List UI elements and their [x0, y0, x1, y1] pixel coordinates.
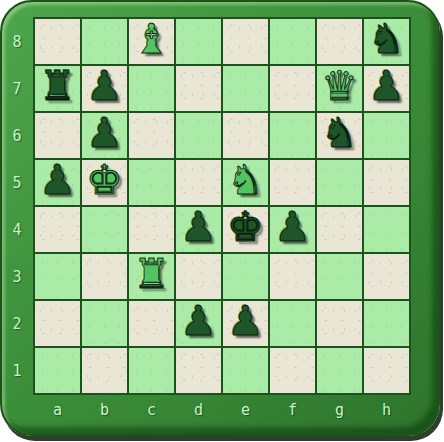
rank-label-1: 1 [4, 348, 30, 393]
black-pawn-piece[interactable]: ♟ [86, 66, 123, 107]
square-d6[interactable] [176, 113, 221, 158]
square-g3[interactable] [317, 254, 362, 299]
square-a8[interactable] [35, 19, 80, 64]
square-a3[interactable] [35, 254, 80, 299]
rank-labels: 87654321 [4, 19, 30, 393]
square-h7[interactable]: ♟ [364, 66, 409, 111]
file-label-h: h [364, 398, 409, 422]
black-pawn-piece[interactable]: ♟ [274, 207, 311, 248]
file-label-a: a [35, 398, 80, 422]
square-c4[interactable] [129, 207, 174, 252]
square-d4[interactable]: ♟ [176, 207, 221, 252]
square-f7[interactable] [270, 66, 315, 111]
white-knight-piece[interactable]: ♞ [227, 160, 264, 201]
square-b1[interactable] [82, 348, 127, 393]
chess-board: ♝♞♜♟♛♟♟♞♟♚♞♟♚♟♜♟♟ [33, 17, 411, 395]
square-f1[interactable] [270, 348, 315, 393]
square-c6[interactable] [129, 113, 174, 158]
square-b3[interactable] [82, 254, 127, 299]
square-e3[interactable] [223, 254, 268, 299]
square-c1[interactable] [129, 348, 174, 393]
square-g7[interactable]: ♛ [317, 66, 362, 111]
square-g8[interactable] [317, 19, 362, 64]
square-f2[interactable] [270, 301, 315, 346]
black-pawn-piece[interactable]: ♟ [86, 113, 123, 154]
square-h5[interactable] [364, 160, 409, 205]
square-f6[interactable] [270, 113, 315, 158]
square-f5[interactable] [270, 160, 315, 205]
square-c5[interactable] [129, 160, 174, 205]
square-h6[interactable] [364, 113, 409, 158]
square-e1[interactable] [223, 348, 268, 393]
black-pawn-piece[interactable]: ♟ [180, 301, 217, 342]
square-g4[interactable] [317, 207, 362, 252]
square-h8[interactable]: ♞ [364, 19, 409, 64]
white-king-piece[interactable]: ♚ [86, 160, 123, 201]
file-label-c: c [129, 398, 174, 422]
square-e8[interactable] [223, 19, 268, 64]
square-e2[interactable]: ♟ [223, 301, 268, 346]
square-c2[interactable] [129, 301, 174, 346]
square-e4[interactable]: ♚ [223, 207, 268, 252]
file-label-e: e [223, 398, 268, 422]
square-a1[interactable] [35, 348, 80, 393]
square-b7[interactable]: ♟ [82, 66, 127, 111]
black-pawn-piece[interactable]: ♟ [180, 207, 217, 248]
square-e6[interactable] [223, 113, 268, 158]
square-a2[interactable] [35, 301, 80, 346]
square-a7[interactable]: ♜ [35, 66, 80, 111]
square-b5[interactable]: ♚ [82, 160, 127, 205]
square-d3[interactable] [176, 254, 221, 299]
black-pawn-piece[interactable]: ♟ [368, 66, 405, 107]
rank-label-8: 8 [4, 19, 30, 64]
file-label-f: f [270, 398, 315, 422]
file-label-b: b [82, 398, 127, 422]
square-h1[interactable] [364, 348, 409, 393]
square-d2[interactable]: ♟ [176, 301, 221, 346]
chess-board-window: 87654321 ♝♞♜♟♛♟♟♞♟♚♞♟♚♟♜♟♟ abcdefgh [0, 0, 444, 442]
square-h3[interactable] [364, 254, 409, 299]
square-f3[interactable] [270, 254, 315, 299]
square-a4[interactable] [35, 207, 80, 252]
file-label-d: d [176, 398, 221, 422]
square-g1[interactable] [317, 348, 362, 393]
file-labels: abcdefgh [35, 398, 409, 422]
square-a6[interactable] [35, 113, 80, 158]
square-g6[interactable]: ♞ [317, 113, 362, 158]
square-g5[interactable] [317, 160, 362, 205]
square-c8[interactable]: ♝ [129, 19, 174, 64]
square-b4[interactable] [82, 207, 127, 252]
square-f4[interactable]: ♟ [270, 207, 315, 252]
file-label-g: g [317, 398, 362, 422]
square-b6[interactable]: ♟ [82, 113, 127, 158]
black-rook-piece[interactable]: ♜ [39, 66, 76, 107]
rank-label-6: 6 [4, 113, 30, 158]
square-b8[interactable] [82, 19, 127, 64]
black-knight-piece[interactable]: ♞ [321, 113, 358, 154]
square-f8[interactable] [270, 19, 315, 64]
rank-label-3: 3 [4, 254, 30, 299]
square-c7[interactable] [129, 66, 174, 111]
rank-label-4: 4 [4, 207, 30, 252]
square-c3[interactable]: ♜ [129, 254, 174, 299]
black-king-piece[interactable]: ♚ [227, 207, 264, 248]
white-queen-piece[interactable]: ♛ [321, 66, 358, 107]
white-rook-piece[interactable]: ♜ [133, 254, 170, 295]
square-a5[interactable]: ♟ [35, 160, 80, 205]
square-e5[interactable]: ♞ [223, 160, 268, 205]
square-d1[interactable] [176, 348, 221, 393]
black-knight-piece[interactable]: ♞ [368, 19, 405, 60]
rank-label-5: 5 [4, 160, 30, 205]
square-d8[interactable] [176, 19, 221, 64]
square-d7[interactable] [176, 66, 221, 111]
black-pawn-piece[interactable]: ♟ [39, 160, 76, 201]
rank-label-2: 2 [4, 301, 30, 346]
square-h2[interactable] [364, 301, 409, 346]
square-g2[interactable] [317, 301, 362, 346]
white-bishop-piece[interactable]: ♝ [133, 19, 170, 60]
square-d5[interactable] [176, 160, 221, 205]
black-pawn-piece[interactable]: ♟ [227, 301, 264, 342]
square-h4[interactable] [364, 207, 409, 252]
rank-label-7: 7 [4, 66, 30, 111]
square-b2[interactable] [82, 301, 127, 346]
square-e7[interactable] [223, 66, 268, 111]
